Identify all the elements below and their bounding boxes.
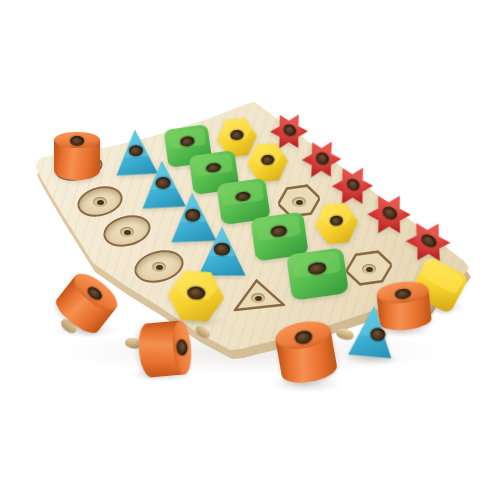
peg-hole-center	[366, 267, 373, 272]
piece-blue-triangle[interactable]	[347, 302, 398, 360]
piece-yellow-hexagon[interactable]	[166, 267, 226, 325]
piece-yellow-hexagon[interactable]	[313, 200, 360, 247]
peg-hole-center	[124, 230, 131, 235]
peg-hole-opening	[230, 129, 244, 140]
piece-yellow-hexagon[interactable]	[245, 140, 289, 184]
product-photo-shape-sorter	[0, 0, 500, 500]
piece-green-square[interactable]	[286, 247, 349, 300]
piece-orange-cylinder[interactable]	[137, 320, 194, 378]
piece-orange-cylinder[interactable]	[273, 318, 339, 387]
peg-hole-center	[296, 200, 303, 205]
piece-orange-cylinder[interactable]	[54, 132, 100, 180]
peg-hole-center	[255, 296, 262, 301]
peg-hole-center	[156, 265, 163, 270]
peg-hole-opening	[70, 136, 84, 146]
peg-hole-opening	[129, 144, 144, 156]
peg-hole-center	[97, 200, 104, 205]
peg-hole-opening	[260, 154, 274, 165]
peg-hole-opening	[328, 215, 343, 226]
